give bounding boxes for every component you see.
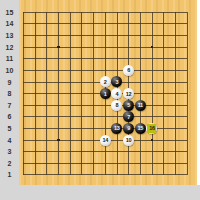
stone-white-16-L5[interactable]: 16: [146, 123, 157, 134]
column-label-strip: ABCDEFGHIJKLMNO: [0, 185, 200, 200]
stone-white-14-H4[interactable]: 14: [100, 135, 111, 146]
gomoku-app: 151413121110987654321 ABCDEFGHIJKLMNO 12…: [0, 0, 200, 200]
row-label-1: 1: [0, 171, 19, 178]
stone-black-3-I9[interactable]: 3: [111, 76, 122, 87]
stone-white-8-I7[interactable]: 8: [111, 100, 122, 111]
stones-layer[interactable]: 12345678910111213141516: [17, 7, 193, 181]
row-label-15: 15: [0, 9, 19, 16]
stone-black-7-J6[interactable]: 7: [123, 111, 134, 122]
row-label-7: 7: [0, 102, 19, 109]
stone-black-15-K5[interactable]: 15: [135, 123, 146, 134]
stone-black-11-K7[interactable]: 11: [135, 100, 146, 111]
stone-black-5-J7[interactable]: 5: [123, 100, 134, 111]
row-label-5: 5: [0, 125, 19, 132]
last-move-marker: 16: [147, 124, 156, 133]
stone-black-9-J5[interactable]: 9: [123, 123, 134, 134]
row-label-2: 2: [0, 160, 19, 167]
row-label-11: 11: [0, 55, 19, 62]
stone-white-10-J4[interactable]: 10: [123, 135, 134, 146]
stone-black-1-H8[interactable]: 1: [100, 88, 111, 99]
row-label-6: 6: [0, 113, 19, 120]
row-label-10: 10: [0, 67, 19, 74]
stone-white-12-J8[interactable]: 12: [123, 88, 134, 99]
stone-white-4-I8[interactable]: 4: [111, 88, 122, 99]
row-label-4: 4: [0, 137, 19, 144]
row-label-9: 9: [0, 79, 19, 86]
row-label-13: 13: [0, 32, 19, 39]
row-label-14: 14: [0, 20, 19, 27]
row-label-8: 8: [0, 90, 19, 97]
row-label-12: 12: [0, 44, 19, 51]
stone-black-13-I5[interactable]: 13: [111, 123, 122, 134]
row-label-strip: 151413121110987654321: [0, 0, 19, 185]
stone-white-2-H9[interactable]: 2: [100, 76, 111, 87]
stone-white-6-J10[interactable]: 6: [123, 65, 134, 76]
row-label-3: 3: [0, 148, 19, 155]
